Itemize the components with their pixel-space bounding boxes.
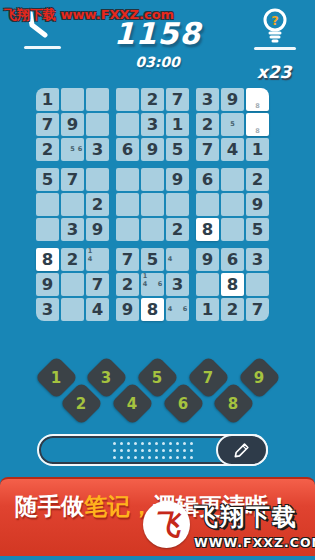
cell-digit: 2 xyxy=(252,168,263,191)
pencil-notes: 8 xyxy=(246,113,269,136)
sudoku-cell-r7c7[interactable]: 9 xyxy=(196,248,219,271)
sudoku-cell-r9c2[interactable] xyxy=(61,298,84,321)
sudoku-cell-r5c2[interactable] xyxy=(61,193,84,216)
sudoku-cell-r5c7[interactable] xyxy=(196,193,219,216)
cell-digit: 5 xyxy=(147,248,158,271)
dot xyxy=(148,449,151,452)
sudoku-cell-r3c2[interactable]: 56 xyxy=(61,138,84,161)
dot xyxy=(113,449,116,452)
sudoku-cell-r4c3[interactable] xyxy=(86,168,109,191)
sudoku-cell-r5c5[interactable] xyxy=(141,193,164,216)
dot xyxy=(162,449,165,452)
sudoku-cell-r2c7[interactable]: 2 xyxy=(196,113,219,136)
sudoku-cell-r1c7[interactable]: 3 xyxy=(196,88,219,111)
dot xyxy=(162,456,165,459)
sudoku-cell-r6c7[interactable]: 8 xyxy=(196,218,219,241)
sudoku-cell-r7c4[interactable]: 7 xyxy=(116,248,139,271)
sudoku-cell-r9c1[interactable]: 3 xyxy=(36,298,59,321)
sudoku-cell-r5c9[interactable]: 9 xyxy=(246,193,269,216)
cell-digit: 3 xyxy=(67,218,78,241)
dot xyxy=(183,449,186,452)
dot xyxy=(176,442,179,445)
dot xyxy=(134,456,137,459)
sudoku-cell-r9c9[interactable]: 7 xyxy=(246,298,269,321)
cell-digit: 1 xyxy=(252,138,263,161)
sudoku-cell-r3c9[interactable]: 1 xyxy=(246,138,269,161)
sudoku-cell-r3c4[interactable]: 6 xyxy=(116,138,139,161)
sudoku-cell-r1c3[interactable] xyxy=(86,88,109,111)
sudoku-cell-r8c2[interactable] xyxy=(61,273,84,296)
pencil-icon xyxy=(232,440,252,460)
sudoku-cell-r3c8[interactable]: 4 xyxy=(221,138,244,161)
sudoku-cell-r2c8[interactable]: 5 xyxy=(221,113,244,136)
cell-digit: 2 xyxy=(147,88,158,111)
sudoku-cell-r9c6[interactable]: 46 xyxy=(166,298,189,321)
cell-digit: 9 xyxy=(92,218,103,241)
dot xyxy=(190,449,193,452)
dot xyxy=(169,442,172,445)
sudoku-cell-r7c9[interactable]: 3 xyxy=(246,248,269,271)
sudoku-cell-r5c4[interactable] xyxy=(116,193,139,216)
cell-digit: 4 xyxy=(92,298,103,321)
ad-banner[interactable]: 随手做笔记，逻辑更清晰！ 飞 飞翔下载 WWW.FXXZ.COM xyxy=(0,477,315,556)
sudoku-cell-r8c4[interactable]: 2 xyxy=(116,273,139,296)
numpad-key-label: 2 xyxy=(76,394,86,412)
sudoku-cell-r1c4[interactable] xyxy=(116,88,139,111)
sudoku-cell-r6c1[interactable] xyxy=(36,218,59,241)
numpad-key-label: 5 xyxy=(152,368,162,386)
sudoku-cell-r1c8[interactable]: 9 xyxy=(221,88,244,111)
bulb-icon[interactable]: ? xyxy=(258,6,292,44)
cell-digit: 3 xyxy=(202,88,213,111)
numpad-key-label: 6 xyxy=(178,394,188,412)
sudoku-cell-r9c5[interactable]: 8 xyxy=(141,298,164,321)
cell-digit: 3 xyxy=(42,298,53,321)
dot xyxy=(190,456,193,459)
dot xyxy=(176,456,179,459)
dot xyxy=(190,442,193,445)
sudoku-cell-r7c6[interactable]: 4 xyxy=(166,248,189,271)
cell-digit: 2 xyxy=(92,193,103,216)
sudoku-cell-r2c6[interactable]: 1 xyxy=(166,113,189,136)
pencil-notes: 8 xyxy=(246,88,269,111)
dot xyxy=(120,442,123,445)
cell-digit: 2 xyxy=(122,273,133,296)
numpad-key-label: 7 xyxy=(203,368,213,386)
sudoku-cell-r7c2[interactable]: 2 xyxy=(61,248,84,271)
sudoku-cell-r6c5[interactable] xyxy=(141,218,164,241)
cell-digit: 2 xyxy=(67,248,78,271)
sudoku-cell-r2c5[interactable]: 3 xyxy=(141,113,164,136)
banner-text-part: 随手做 xyxy=(15,493,84,519)
cell-digit: 2 xyxy=(172,218,183,241)
numpad-key-label: 8 xyxy=(229,394,239,412)
numpad-key-label: 9 xyxy=(254,368,264,386)
cell-digit: 1 xyxy=(202,298,213,321)
cell-digit: 7 xyxy=(122,248,133,271)
cell-digit: 5 xyxy=(42,168,53,191)
sudoku-cell-r1c5[interactable]: 2 xyxy=(141,88,164,111)
cell-digit: 8 xyxy=(227,273,238,296)
cell-digit: 7 xyxy=(172,88,183,111)
fxxz-logo: 飞 飞翔下载 WWW.FXXZ.COM xyxy=(143,501,315,550)
sudoku-cell-r9c8[interactable]: 2 xyxy=(221,298,244,321)
sudoku-cell-r5c6[interactable] xyxy=(166,193,189,216)
cell-digit: 6 xyxy=(202,168,213,191)
sudoku-board: 1273987931258256369574157962293928582147… xyxy=(36,88,269,321)
cell-digit: 7 xyxy=(92,273,103,296)
cell-digit: 9 xyxy=(122,298,133,321)
sudoku-cell-r1c2[interactable] xyxy=(61,88,84,111)
dot xyxy=(183,442,186,445)
dot xyxy=(127,442,130,445)
dot xyxy=(183,456,186,459)
sudoku-cell-r4c8[interactable] xyxy=(221,168,244,191)
sudoku-cell-r4c1[interactable]: 5 xyxy=(36,168,59,191)
dot xyxy=(134,442,137,445)
sudoku-cell-r1c6[interactable]: 7 xyxy=(166,88,189,111)
dot xyxy=(148,456,151,459)
cell-digit: 5 xyxy=(252,218,263,241)
cell-digit: 7 xyxy=(252,298,263,321)
sudoku-cell-r8c3[interactable]: 7 xyxy=(86,273,109,296)
numpad-key-label: 1 xyxy=(51,368,61,386)
dot xyxy=(127,456,130,459)
sudoku-cell-r1c9[interactable]: 8 xyxy=(246,88,269,111)
sudoku-cell-r2c3[interactable] xyxy=(86,113,109,136)
dot xyxy=(162,442,165,445)
sudoku-cell-r3c6[interactable]: 5 xyxy=(166,138,189,161)
dot xyxy=(155,456,158,459)
dot xyxy=(148,442,151,445)
cell-digit: 2 xyxy=(202,113,213,136)
pencil-notes: 14 xyxy=(86,248,109,271)
cell-digit: 8 xyxy=(202,218,213,241)
sudoku-cell-r4c7[interactable]: 6 xyxy=(196,168,219,191)
pencil-notes: 56 xyxy=(61,138,84,161)
sudoku-cell-r8c8[interactable]: 8 xyxy=(221,273,244,296)
sudoku-cell-r3c3[interactable]: 3 xyxy=(86,138,109,161)
cell-digit: 9 xyxy=(227,88,238,111)
sudoku-cell-r8c6[interactable]: 3 xyxy=(166,273,189,296)
numpad-key-label: 3 xyxy=(102,368,112,386)
cell-digit: 2 xyxy=(227,298,238,321)
dot xyxy=(127,449,130,452)
pencil-notes: 146 xyxy=(141,273,164,296)
dot xyxy=(169,456,172,459)
dot xyxy=(141,442,144,445)
cell-digit: 9 xyxy=(252,193,263,216)
sudoku-cell-r2c4[interactable] xyxy=(116,113,139,136)
sudoku-cell-r9c3[interactable]: 4 xyxy=(86,298,109,321)
dot xyxy=(155,442,158,445)
dot xyxy=(134,449,137,452)
cell-digit: 1 xyxy=(42,88,53,111)
cell-digit: 7 xyxy=(42,113,53,136)
watermark-top: 飞翔下载 www.FXXZ.com xyxy=(4,6,174,24)
cell-digit: 2 xyxy=(42,138,53,161)
sudoku-cell-r4c4[interactable] xyxy=(116,168,139,191)
cell-digit: 7 xyxy=(202,138,213,161)
cell-digit: 6 xyxy=(227,248,238,271)
sudoku-cell-r6c4[interactable] xyxy=(116,218,139,241)
sudoku-cell-r8c5[interactable]: 146 xyxy=(141,273,164,296)
dot xyxy=(155,449,158,452)
dot xyxy=(169,449,172,452)
sudoku-cell-r4c5[interactable] xyxy=(141,168,164,191)
sudoku-cell-r6c8[interactable] xyxy=(221,218,244,241)
sudoku-cell-r5c3[interactable]: 2 xyxy=(86,193,109,216)
cell-digit: 3 xyxy=(147,113,158,136)
dot xyxy=(141,449,144,452)
sudoku-cell-r8c1[interactable]: 9 xyxy=(36,273,59,296)
cell-digit: 7 xyxy=(67,168,78,191)
sudoku-cell-r7c3[interactable]: 14 xyxy=(86,248,109,271)
sudoku-cell-r7c5[interactable]: 5 xyxy=(141,248,164,271)
dot xyxy=(113,442,116,445)
sudoku-cell-r2c1[interactable]: 7 xyxy=(36,113,59,136)
cell-digit: 9 xyxy=(42,273,53,296)
sudoku-cell-r8c7[interactable] xyxy=(196,273,219,296)
sudoku-cell-r4c6[interactable]: 9 xyxy=(166,168,189,191)
cell-digit: 4 xyxy=(227,138,238,161)
cell-digit: 3 xyxy=(92,138,103,161)
fxxz-logo-site: WWW.FXXZ.COM xyxy=(194,535,315,550)
hint-count: x23 xyxy=(248,62,300,82)
sudoku-cell-r4c9[interactable]: 2 xyxy=(246,168,269,191)
sudoku-cell-r3c1[interactable]: 2 xyxy=(36,138,59,161)
sudoku-cell-r3c7[interactable]: 7 xyxy=(196,138,219,161)
cell-digit: 5 xyxy=(172,138,183,161)
cell-digit: 3 xyxy=(252,248,263,271)
sudoku-cell-r5c1[interactable] xyxy=(36,193,59,216)
cell-digit: 8 xyxy=(147,298,158,321)
sudoku-cell-r1c1[interactable]: 1 xyxy=(36,88,59,111)
dot xyxy=(141,456,144,459)
dot xyxy=(120,449,123,452)
cell-digit: 8 xyxy=(42,248,53,271)
numpad-key-label: 4 xyxy=(127,394,137,412)
cell-digit: 1 xyxy=(172,113,183,136)
sudoku-cell-r2c2[interactable]: 9 xyxy=(61,113,84,136)
dot xyxy=(176,449,179,452)
pencil-notes: 46 xyxy=(166,298,189,321)
sudoku-app: 飞翔下载 www.FXXZ.com 1158 03:00 ? x23 12739… xyxy=(0,0,315,560)
sudoku-cell-r6c9[interactable]: 5 xyxy=(246,218,269,241)
svg-text:?: ? xyxy=(271,13,279,28)
sudoku-cell-r6c2[interactable]: 3 xyxy=(61,218,84,241)
cell-digit: 9 xyxy=(147,138,158,161)
sudoku-cell-r7c1[interactable]: 8 xyxy=(36,248,59,271)
sudoku-cell-r4c2[interactable]: 7 xyxy=(61,168,84,191)
sudoku-cell-r6c3[interactable]: 9 xyxy=(86,218,109,241)
sudoku-cell-r2c9[interactable]: 8 xyxy=(246,113,269,136)
fxxz-logo-title: 飞翔下载 xyxy=(194,501,315,533)
sudoku-cell-r9c7[interactable]: 1 xyxy=(196,298,219,321)
fxxz-logo-glyph: 飞 xyxy=(153,506,181,544)
notes-dots xyxy=(113,442,193,459)
dot xyxy=(113,456,116,459)
sudoku-cell-r8c9[interactable] xyxy=(246,273,269,296)
sudoku-cell-r7c8[interactable]: 6 xyxy=(221,248,244,271)
hint-button-underline xyxy=(254,47,296,50)
cell-digit: 9 xyxy=(202,248,213,271)
dot xyxy=(120,456,123,459)
pencil-notes: 5 xyxy=(221,113,244,136)
fxxz-logo-emblem: 飞 xyxy=(143,501,190,548)
note-input-bar[interactable] xyxy=(37,434,268,466)
sudoku-cell-r9c4[interactable]: 9 xyxy=(116,298,139,321)
cell-digit: 9 xyxy=(67,113,78,136)
sudoku-cell-r5c8[interactable] xyxy=(221,193,244,216)
sudoku-cell-r3c5[interactable]: 9 xyxy=(141,138,164,161)
pencil-button[interactable] xyxy=(216,434,268,466)
cell-digit: 9 xyxy=(172,168,183,191)
sudoku-cell-r6c6[interactable]: 2 xyxy=(166,218,189,241)
cell-digit: 3 xyxy=(172,273,183,296)
cell-digit: 6 xyxy=(122,138,133,161)
pencil-notes: 4 xyxy=(166,248,189,271)
